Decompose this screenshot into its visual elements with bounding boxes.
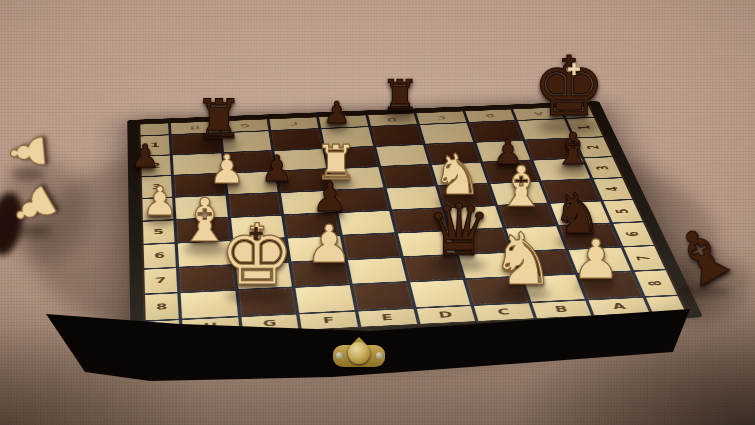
white-king-cross-finial: ✚ [248, 225, 263, 243]
white-pawn-g4: ♟ [209, 149, 245, 189]
white-knight-b8: ♞ [491, 223, 556, 295]
white-pawn-e7: ♟ [306, 218, 353, 270]
black-pawn-e1: ♟ [324, 98, 351, 128]
black-pawn-h3: ♟ [131, 140, 160, 172]
black-rook-d1: ♜ [381, 75, 419, 117]
black-king-cross-finial: ✚ [567, 62, 580, 78]
black-pawn-f4: ♟ [261, 151, 293, 187]
white-pawn-h5: ♟ [142, 181, 178, 221]
black-king-a1: ♚ [532, 46, 606, 128]
fallen-white-pawn: ♟ [1, 175, 67, 239]
white-pawn-a7: ♟ [572, 233, 620, 287]
black-queen-c6: ♛ [427, 194, 492, 266]
black-rook-g2: ♜ [195, 93, 243, 147]
pieces-layer: ♜♟♜♚♝♟♟♟♟♞♛♟♜♞♟♝♝♟♟♞♚♟♟♝✚✚ [0, 0, 755, 425]
white-bishop-b5: ♝ [496, 159, 546, 215]
fallen-white-pawn: ♟ [3, 129, 52, 174]
fallen-black-bishop: ♝ [657, 209, 748, 303]
black-pawn-e5: ♟ [312, 177, 348, 217]
scene: HGFEDCBA1122334455667788HGFEDCBA ♜♟♜♚♝♟♟… [0, 0, 755, 425]
black-bishop-a3: ♝ [553, 127, 592, 171]
